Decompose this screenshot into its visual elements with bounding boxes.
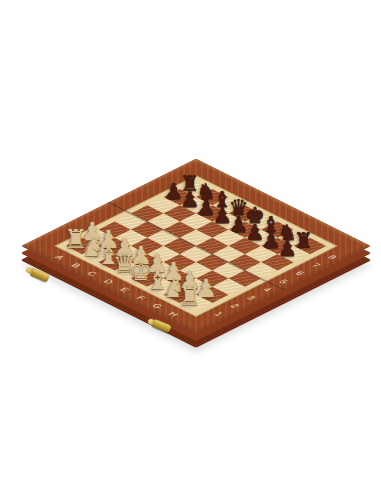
file-label-b: B bbox=[70, 262, 83, 268]
rank-label-3: 3 bbox=[245, 295, 257, 301]
rank-label-5: 5 bbox=[277, 279, 289, 285]
file-label-f: F bbox=[135, 295, 148, 301]
chess-set-photo: ♜♞♝♛♚♝♞♜♟♟♟♟♟♟♟♟♟♟♟♟♟♟♟♟♜♞♝♛♚♝♞♜ ABCDEFG… bbox=[0, 0, 381, 492]
rank-label-1: 1 bbox=[212, 311, 224, 317]
rank-label-8: 8 bbox=[326, 254, 338, 260]
rank-label-2: 2 bbox=[228, 303, 240, 309]
white-rook: ♜ bbox=[64, 229, 87, 252]
rank-label-7: 7 bbox=[310, 262, 322, 268]
file-label-c: C bbox=[86, 270, 99, 277]
file-label-d: D bbox=[102, 278, 115, 285]
rank-label-4: 4 bbox=[261, 287, 273, 293]
file-label-a: A bbox=[53, 254, 66, 260]
file-label-g: G bbox=[151, 302, 165, 309]
rank-label-6: 6 bbox=[294, 270, 306, 276]
brass-clasp bbox=[151, 319, 172, 334]
file-label-e: E bbox=[118, 286, 131, 292]
file-label-h: H bbox=[167, 311, 180, 318]
brass-clasp bbox=[29, 267, 50, 282]
chess-board-box: ♜♞♝♛♚♝♞♜♟♟♟♟♟♟♟♟♟♟♟♟♟♟♟♟♜♞♝♛♚♝♞♜ ABCDEFG… bbox=[21, 158, 372, 333]
